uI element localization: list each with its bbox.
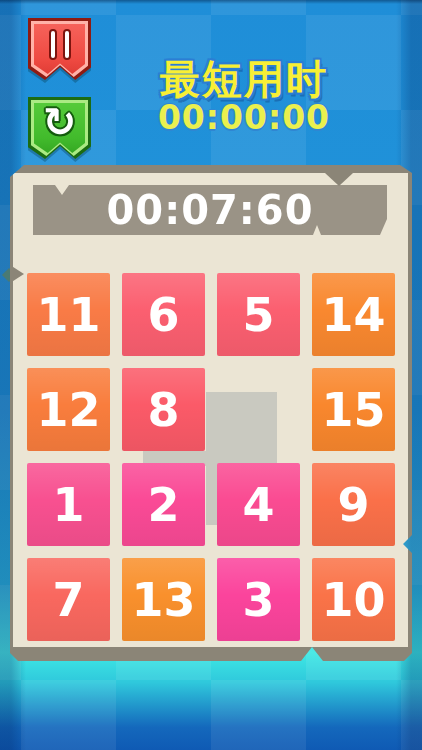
- tile-8[interactable]: 8: [122, 368, 205, 451]
- elapsed-time: 00:07:60: [107, 187, 314, 233]
- tile-5[interactable]: 5: [217, 273, 300, 356]
- tile-6[interactable]: 6: [122, 273, 205, 356]
- best-time-value: 00:00:00: [66, 98, 422, 137]
- tile-2[interactable]: 2: [122, 463, 205, 546]
- tile-14[interactable]: 14: [312, 273, 395, 356]
- tile-4[interactable]: 4: [217, 463, 300, 546]
- pause-icon: [46, 29, 74, 60]
- tile-grid: 116514128151249713310: [27, 273, 395, 641]
- game-screen: ↻ 最短用时 00:00:00 00:07:60 116514128151249…: [0, 0, 422, 750]
- tile-7[interactable]: 7: [27, 558, 110, 641]
- tile-3[interactable]: 3: [217, 558, 300, 641]
- puzzle-board-panel: 00:07:60 116514128151249713310: [10, 165, 412, 661]
- restart-button[interactable]: ↻: [28, 97, 91, 159]
- tile-15[interactable]: 15: [312, 368, 395, 451]
- torn-left-notch: [10, 265, 24, 283]
- puzzle-board-surface: 00:07:60 116514128151249713310: [13, 173, 408, 647]
- pause-button[interactable]: [28, 18, 91, 80]
- tile-10[interactable]: 10: [312, 558, 395, 641]
- restart-icon: ↻: [43, 102, 77, 142]
- tile-11[interactable]: 11: [27, 273, 110, 356]
- tile-1[interactable]: 1: [27, 463, 110, 546]
- tile-12[interactable]: 12: [27, 368, 110, 451]
- timer-bar: 00:07:60: [33, 185, 387, 235]
- tile-9[interactable]: 9: [312, 463, 395, 546]
- torn-tab: [325, 173, 353, 186]
- tile-13[interactable]: 13: [122, 558, 205, 641]
